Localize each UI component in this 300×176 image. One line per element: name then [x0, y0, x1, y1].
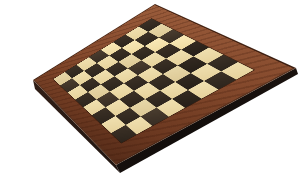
board-photo: [0, 0, 300, 176]
board-squares: [53, 19, 253, 143]
